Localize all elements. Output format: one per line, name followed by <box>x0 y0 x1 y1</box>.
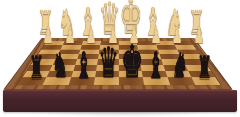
black-knight-6[interactable]: ♞ <box>171 49 190 83</box>
chess-set-photo: ♜♞♝♛♚♝♞♜♟♟♟♟♟♟♟♟♜♞♝♛♚♝♞♜ <box>0 0 240 117</box>
black-bishop-5[interactable]: ♝ <box>146 48 166 84</box>
white-pawn-0[interactable]: ♟ <box>42 23 54 46</box>
black-rook-0[interactable]: ♜ <box>28 52 45 83</box>
black-queen-3[interactable]: ♛ <box>97 42 120 84</box>
black-knight-1[interactable]: ♞ <box>51 49 70 83</box>
black-rook-7[interactable]: ♜ <box>196 52 213 83</box>
white-pawn-5[interactable]: ♟ <box>150 23 162 46</box>
white-pawn-6[interactable]: ♟ <box>171 23 183 46</box>
white-pawn-7[interactable]: ♟ <box>193 23 205 46</box>
black-king-4[interactable]: ♚ <box>120 38 145 84</box>
white-pawn-1[interactable]: ♟ <box>64 23 76 46</box>
white-pawn-2[interactable]: ♟ <box>85 23 97 46</box>
black-bishop-2[interactable]: ♝ <box>74 48 94 84</box>
board-frame-front <box>3 90 237 112</box>
